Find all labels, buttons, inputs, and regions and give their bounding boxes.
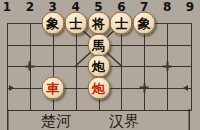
xiangqi-board[interactable]: 123456789 象士将士象馬炮車炮 楚河 汉界 xyxy=(0,0,200,130)
piece-black-elephant-left[interactable]: 象 xyxy=(41,12,64,35)
cross-marker xyxy=(163,62,172,71)
piece-red-chariot[interactable]: 車 xyxy=(41,76,64,99)
piece-black-horse[interactable]: 馬 xyxy=(87,33,110,56)
piece-black-advisor-right[interactable]: 士 xyxy=(110,12,133,35)
piece-black-cannon[interactable]: 炮 xyxy=(87,55,110,78)
cross-marker xyxy=(140,83,149,92)
piece-black-advisor-left[interactable]: 士 xyxy=(64,12,87,35)
edge-marker xyxy=(183,85,188,91)
river-label-han: 汉界 xyxy=(109,112,139,130)
cross-marker xyxy=(25,62,34,71)
piece-black-elephant-right[interactable]: 象 xyxy=(133,12,156,35)
piece-red-cannon[interactable]: 炮 xyxy=(87,76,110,99)
edge-marker xyxy=(9,85,14,91)
river-label-chu: 楚河 xyxy=(41,112,71,130)
piece-black-general[interactable]: 将 xyxy=(87,12,110,35)
